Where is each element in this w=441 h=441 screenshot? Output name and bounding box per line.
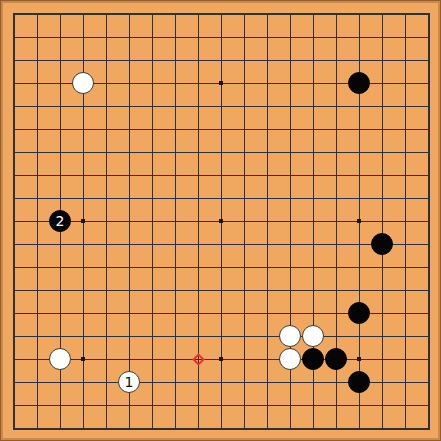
white-stone-N4 xyxy=(279,348,301,370)
black-stone-Q16 xyxy=(348,72,370,94)
move-number-label: 2 xyxy=(56,214,65,228)
white-stone-F3: 1 xyxy=(118,371,140,393)
black-stone-Q6 xyxy=(348,302,370,324)
red-diamond-marker-J4 xyxy=(192,353,205,366)
white-stone-D16 xyxy=(72,72,94,94)
black-stone-P4 xyxy=(325,348,347,370)
black-stone-R9 xyxy=(371,233,393,255)
black-stone-Q3 xyxy=(348,371,370,393)
black-stone-C10: 2 xyxy=(49,210,71,232)
stones-layer: 21 xyxy=(0,0,441,441)
move-number-label: 1 xyxy=(125,375,134,389)
black-stone-O4 xyxy=(302,348,324,370)
go-board[interactable]: 21 xyxy=(0,0,441,441)
white-stone-N5 xyxy=(279,325,301,347)
white-stone-C4 xyxy=(49,348,71,370)
white-stone-O5 xyxy=(302,325,324,347)
